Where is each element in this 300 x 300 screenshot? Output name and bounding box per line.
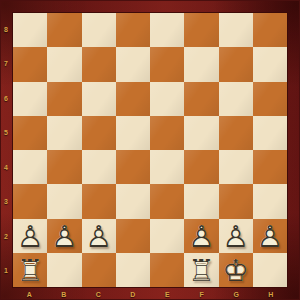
square-g1[interactable]: ♚♔ [219, 253, 253, 287]
square-c4[interactable] [82, 150, 116, 184]
piece-white-king[interactable]: ♚♔ [219, 253, 253, 287]
pawn-glyph-outline: ♙ [47, 219, 81, 253]
square-c8[interactable] [82, 13, 116, 47]
file-labels: ABCDEFGH [12, 288, 288, 300]
square-c2[interactable]: ♟♙ [82, 219, 116, 253]
square-b6[interactable] [47, 82, 81, 116]
pawn-glyph-outline: ♙ [13, 219, 47, 253]
square-a7[interactable] [13, 47, 47, 81]
pawn-glyph-outline: ♙ [219, 219, 253, 253]
square-f5[interactable] [184, 116, 218, 150]
square-b2[interactable]: ♟♙ [47, 219, 81, 253]
rank-label-8: 8 [0, 12, 12, 47]
square-a1[interactable]: ♜♖ [13, 253, 47, 287]
square-b4[interactable] [47, 150, 81, 184]
rank-label-4: 4 [0, 150, 12, 185]
square-d3[interactable] [116, 184, 150, 218]
piece-white-pawn[interactable]: ♟♙ [13, 219, 47, 253]
square-e6[interactable] [150, 82, 184, 116]
square-f2[interactable]: ♟♙ [184, 219, 218, 253]
square-h1[interactable] [253, 253, 287, 287]
pawn-glyph-outline: ♙ [184, 219, 218, 253]
square-c1[interactable] [82, 253, 116, 287]
square-d6[interactable] [116, 82, 150, 116]
file-label-d: D [116, 288, 151, 300]
square-b8[interactable] [47, 13, 81, 47]
file-label-b: B [47, 288, 82, 300]
square-d1[interactable] [116, 253, 150, 287]
rank-labels: 87654321 [0, 12, 12, 288]
square-b7[interactable] [47, 47, 81, 81]
square-e1[interactable] [150, 253, 184, 287]
piece-white-pawn[interactable]: ♟♙ [47, 219, 81, 253]
square-e7[interactable] [150, 47, 184, 81]
square-a4[interactable] [13, 150, 47, 184]
square-f3[interactable] [184, 184, 218, 218]
square-h3[interactable] [253, 184, 287, 218]
rank-label-3: 3 [0, 185, 12, 220]
square-a6[interactable] [13, 82, 47, 116]
piece-white-pawn[interactable]: ♟♙ [253, 219, 287, 253]
piece-white-pawn[interactable]: ♟♙ [219, 219, 253, 253]
file-label-h: H [254, 288, 289, 300]
square-h6[interactable] [253, 82, 287, 116]
square-a3[interactable] [13, 184, 47, 218]
square-g3[interactable] [219, 184, 253, 218]
rank-label-1: 1 [0, 254, 12, 289]
square-d5[interactable] [116, 116, 150, 150]
square-h8[interactable] [253, 13, 287, 47]
square-e8[interactable] [150, 13, 184, 47]
piece-white-rook[interactable]: ♜♖ [13, 253, 47, 287]
board-squares: ♟♙♟♙♟♙♟♙♟♙♟♙♜♖♜♖♚♔ [12, 12, 288, 288]
file-label-a: A [12, 288, 47, 300]
square-h4[interactable] [253, 150, 287, 184]
pawn-glyph-outline: ♙ [253, 219, 287, 253]
square-g6[interactable] [219, 82, 253, 116]
piece-white-rook[interactable]: ♜♖ [184, 253, 218, 287]
piece-white-pawn[interactable]: ♟♙ [82, 219, 116, 253]
square-d8[interactable] [116, 13, 150, 47]
pawn-glyph-outline: ♙ [82, 219, 116, 253]
square-g5[interactable] [219, 116, 253, 150]
square-g4[interactable] [219, 150, 253, 184]
square-a2[interactable]: ♟♙ [13, 219, 47, 253]
square-e2[interactable] [150, 219, 184, 253]
square-b5[interactable] [47, 116, 81, 150]
square-a5[interactable] [13, 116, 47, 150]
square-c7[interactable] [82, 47, 116, 81]
square-b3[interactable] [47, 184, 81, 218]
chess-board-screenshot: ♟♙♟♙♟♙♟♙♟♙♟♙♜♖♜♖♚♔ 87654321 ABCDEFGH [0, 0, 300, 300]
rank-label-6: 6 [0, 81, 12, 116]
square-e4[interactable] [150, 150, 184, 184]
square-f1[interactable]: ♜♖ [184, 253, 218, 287]
square-e3[interactable] [150, 184, 184, 218]
square-d4[interactable] [116, 150, 150, 184]
square-c3[interactable] [82, 184, 116, 218]
rook-glyph-outline: ♖ [13, 253, 47, 287]
square-d7[interactable] [116, 47, 150, 81]
square-h2[interactable]: ♟♙ [253, 219, 287, 253]
square-f6[interactable] [184, 82, 218, 116]
rank-label-5: 5 [0, 116, 12, 151]
rank-label-2: 2 [0, 219, 12, 254]
square-h7[interactable] [253, 47, 287, 81]
square-c6[interactable] [82, 82, 116, 116]
square-e5[interactable] [150, 116, 184, 150]
file-label-f: F [185, 288, 220, 300]
piece-white-pawn[interactable]: ♟♙ [184, 219, 218, 253]
rook-glyph-outline: ♖ [184, 253, 218, 287]
square-f7[interactable] [184, 47, 218, 81]
square-g7[interactable] [219, 47, 253, 81]
square-a8[interactable] [13, 13, 47, 47]
square-g8[interactable] [219, 13, 253, 47]
king-glyph-outline: ♔ [219, 253, 253, 287]
square-h5[interactable] [253, 116, 287, 150]
square-g2[interactable]: ♟♙ [219, 219, 253, 253]
square-f4[interactable] [184, 150, 218, 184]
square-c5[interactable] [82, 116, 116, 150]
square-d2[interactable] [116, 219, 150, 253]
file-label-e: E [150, 288, 185, 300]
square-b1[interactable] [47, 253, 81, 287]
file-label-c: C [81, 288, 116, 300]
square-f8[interactable] [184, 13, 218, 47]
rank-label-7: 7 [0, 47, 12, 82]
file-label-g: G [219, 288, 254, 300]
